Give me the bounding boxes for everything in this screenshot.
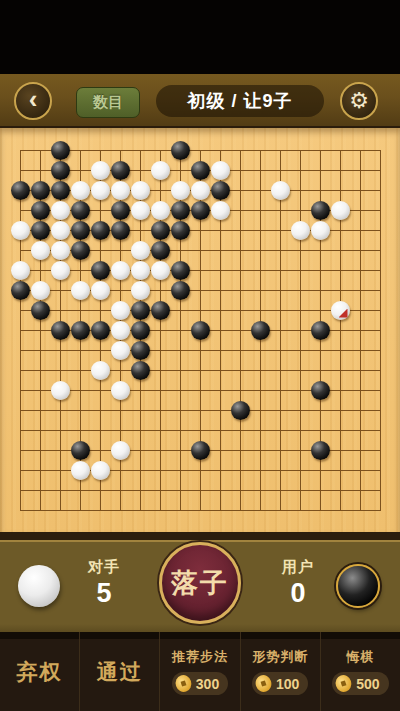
stone-black <box>131 341 150 360</box>
stone-white <box>151 201 170 220</box>
action-bar: 弃权 通过 推荐步法 300 形势判断 100 悔棋 500 <box>0 632 400 711</box>
go-app: ‹ 数目 初级 / 让9子 ⚙ 对手 5 落子 用户 0 弃权 <box>0 0 400 711</box>
stone-white <box>71 281 90 300</box>
stone-black <box>51 161 70 180</box>
user-score: 用户 0 <box>262 558 334 609</box>
stone-black <box>311 201 330 220</box>
undo-cost-pill: 500 <box>332 672 388 695</box>
stone-black <box>11 281 30 300</box>
stone-black <box>71 201 90 220</box>
grid-line-h <box>20 510 381 511</box>
stone-black <box>171 201 190 220</box>
grid-line-v <box>380 150 381 511</box>
game-title: 初级 / 让9子 <box>156 85 324 117</box>
stone-black <box>71 241 90 260</box>
grid-line-h <box>20 350 381 351</box>
grid-line-v <box>360 150 361 511</box>
pass-label: 通过 <box>97 658 143 686</box>
stone-black <box>111 221 130 240</box>
grid-line-h <box>20 410 381 411</box>
place-stone-button[interactable]: 落子 <box>159 542 241 624</box>
stone-black <box>191 321 210 340</box>
stone-black <box>131 321 150 340</box>
position-judge-button[interactable]: 形势判断 100 <box>240 632 320 711</box>
stone-black <box>91 321 110 340</box>
recommend-move-button[interactable]: 推荐步法 300 <box>159 632 239 711</box>
stone-white <box>271 181 290 200</box>
stone-black <box>211 181 230 200</box>
position-judge-cost-pill: 100 <box>252 672 308 695</box>
stone-black <box>131 301 150 320</box>
grid-line-v <box>280 150 281 511</box>
stone-white <box>211 201 230 220</box>
stone-white <box>91 461 110 480</box>
stone-white <box>51 201 70 220</box>
stone-white <box>151 261 170 280</box>
stone-white <box>31 241 50 260</box>
user-value: 0 <box>262 578 334 609</box>
recommend-move-label: 推荐步法 <box>172 648 228 666</box>
stone-black <box>311 321 330 340</box>
stone-black <box>191 161 210 180</box>
stone-white <box>51 241 70 260</box>
settings-button[interactable]: ⚙ <box>340 82 378 120</box>
stone-black <box>31 201 50 220</box>
stone-white <box>91 281 110 300</box>
stone-black <box>151 221 170 240</box>
stone-white <box>131 261 150 280</box>
position-judge-cost: 100 <box>276 676 299 692</box>
recommend-move-cost-pill: 300 <box>172 672 228 695</box>
stone-white <box>191 181 210 200</box>
stone-black <box>131 361 150 380</box>
place-stone-label: 落子 <box>171 565 229 601</box>
coin-icon <box>253 673 273 694</box>
stone-black <box>51 181 70 200</box>
grid-line-v <box>300 150 301 511</box>
stone-white <box>131 281 150 300</box>
position-judge-label: 形势判断 <box>252 648 308 666</box>
stone-black <box>51 141 70 160</box>
stone-white <box>151 161 170 180</box>
stone-white <box>111 181 130 200</box>
forfeit-label: 弃权 <box>17 658 63 686</box>
stone-black <box>71 321 90 340</box>
stone-white <box>51 261 70 280</box>
game-title-text: 初级 / 让9子 <box>187 89 292 113</box>
stone-black <box>191 201 210 220</box>
stone-white <box>131 241 150 260</box>
stone-black <box>171 141 190 160</box>
stone-white <box>91 181 110 200</box>
stone-white <box>111 341 130 360</box>
opponent-stone-white <box>18 565 60 607</box>
stone-black <box>151 241 170 260</box>
stone-black <box>71 221 90 240</box>
stone-black <box>51 321 70 340</box>
stone-white <box>111 321 130 340</box>
recommend-move-cost: 300 <box>196 676 219 692</box>
stone-white <box>111 381 130 400</box>
grid-line-v <box>240 150 241 511</box>
grid-line-h <box>20 370 381 371</box>
stone-black <box>111 201 130 220</box>
stone-black <box>311 381 330 400</box>
stone-black <box>91 221 110 240</box>
stone-black <box>151 301 170 320</box>
user-label: 用户 <box>262 558 334 577</box>
stone-black <box>71 441 90 460</box>
stone-white <box>211 161 230 180</box>
stone-white <box>111 301 130 320</box>
grid-line-h <box>20 490 381 491</box>
stone-white <box>111 261 130 280</box>
stone-white <box>131 201 150 220</box>
forfeit-button[interactable]: 弃权 <box>0 632 79 711</box>
stone-white <box>71 181 90 200</box>
stone-white <box>71 461 90 480</box>
stone-black <box>171 281 190 300</box>
go-board[interactable] <box>0 128 400 532</box>
opponent-value: 5 <box>68 578 140 609</box>
back-button[interactable]: ‹ <box>14 82 52 120</box>
stone-black <box>231 401 250 420</box>
stone-white <box>11 261 30 280</box>
stone-black <box>31 181 50 200</box>
count-mode-label: 数目 <box>93 93 123 112</box>
coin-icon <box>173 673 193 694</box>
stone-white <box>11 221 30 240</box>
stone-black <box>111 161 130 180</box>
stone-white <box>91 161 110 180</box>
info-panel: 对手 5 落子 用户 0 <box>0 532 400 632</box>
stone-black <box>91 261 110 280</box>
undo-cost: 500 <box>356 676 379 692</box>
back-icon: ‹ <box>29 84 38 115</box>
stone-white <box>91 361 110 380</box>
stone-black <box>251 321 270 340</box>
stone-white <box>331 301 350 320</box>
stone-white <box>51 221 70 240</box>
opponent-label: 对手 <box>68 558 140 577</box>
stone-white <box>331 201 350 220</box>
stone-white <box>311 221 330 240</box>
nav-bar: ‹ 数目 初级 / 让9子 ⚙ <box>0 74 400 128</box>
stone-white <box>171 181 190 200</box>
gear-icon: ⚙ <box>349 88 369 114</box>
stone-black <box>171 261 190 280</box>
user-stone-black <box>336 564 380 608</box>
opponent-score: 对手 5 <box>68 558 140 609</box>
pass-button[interactable]: 通过 <box>79 632 159 711</box>
status-bar <box>0 0 400 74</box>
stone-white <box>291 221 310 240</box>
last-move-marker <box>339 309 348 318</box>
undo-button[interactable]: 悔棋 500 <box>320 632 400 711</box>
stone-black <box>11 181 30 200</box>
stone-white <box>51 381 70 400</box>
stone-white <box>131 181 150 200</box>
stone-white <box>31 281 50 300</box>
stone-black <box>171 221 190 240</box>
stone-black <box>31 301 50 320</box>
stone-black <box>191 441 210 460</box>
stone-white <box>111 441 130 460</box>
undo-label: 悔棋 <box>346 648 374 666</box>
count-mode-button[interactable]: 数目 <box>76 87 140 118</box>
stone-black <box>311 441 330 460</box>
coin-icon <box>334 673 354 694</box>
stone-black <box>31 221 50 240</box>
grid-line-h <box>20 430 381 431</box>
